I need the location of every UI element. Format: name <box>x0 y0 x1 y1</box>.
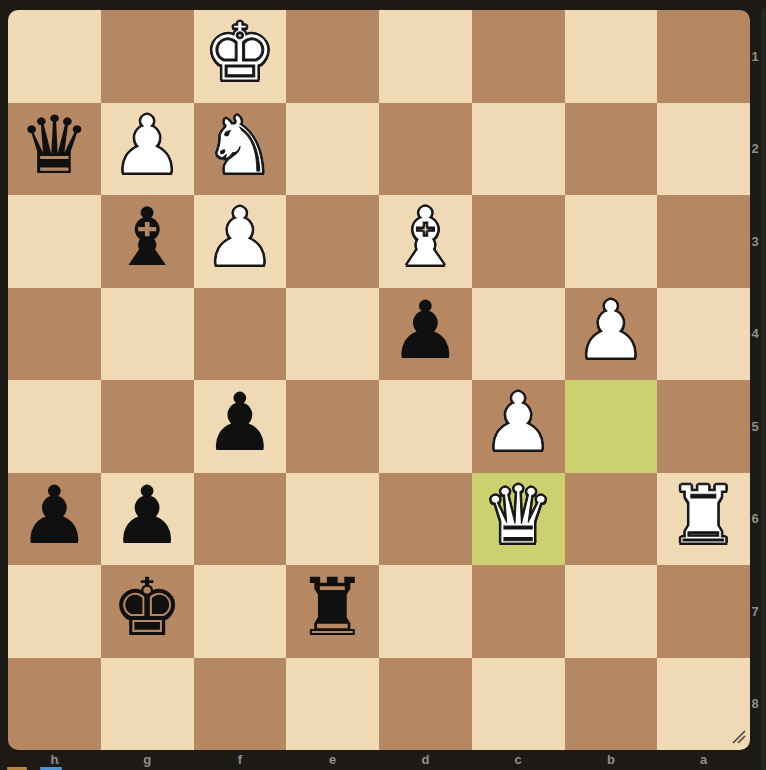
square-c8[interactable] <box>472 658 565 751</box>
square-g2[interactable]: ♟ <box>101 103 194 196</box>
square-g6[interactable]: ♟ <box>101 473 194 566</box>
resize-diagonal-icon <box>729 727 749 747</box>
square-b3[interactable] <box>565 195 658 288</box>
file-label-g: g <box>101 750 194 769</box>
square-a4[interactable] <box>657 288 750 381</box>
square-c5[interactable]: ♟ <box>472 380 565 473</box>
square-a7[interactable] <box>657 565 750 658</box>
square-c4[interactable] <box>472 288 565 381</box>
white-pawn[interactable]: ♟ <box>482 383 554 463</box>
black-pawn[interactable]: ♟ <box>204 383 276 463</box>
square-d4[interactable]: ♟ <box>379 288 472 381</box>
square-a6[interactable]: ♜ <box>657 473 750 566</box>
square-f8[interactable] <box>194 658 287 751</box>
square-h1[interactable] <box>8 10 101 103</box>
black-pawn[interactable]: ♟ <box>111 476 183 556</box>
square-h8[interactable] <box>8 658 101 751</box>
square-e6[interactable] <box>286 473 379 566</box>
rank-label-4: 4 <box>748 288 762 381</box>
white-pawn[interactable]: ♟ <box>111 106 183 186</box>
square-g8[interactable] <box>101 658 194 751</box>
square-d6[interactable] <box>379 473 472 566</box>
square-f5[interactable]: ♟ <box>194 380 287 473</box>
square-a5[interactable] <box>657 380 750 473</box>
black-bishop[interactable]: ♝ <box>111 198 183 278</box>
square-c2[interactable] <box>472 103 565 196</box>
file-coordinates: hgfedcba <box>8 750 750 769</box>
square-a3[interactable] <box>657 195 750 288</box>
square-h7[interactable] <box>8 565 101 658</box>
square-b4[interactable]: ♟ <box>565 288 658 381</box>
rank-label-1: 1 <box>748 10 762 103</box>
board-resize-handle[interactable] <box>729 727 749 747</box>
square-c3[interactable] <box>472 195 565 288</box>
square-f2[interactable]: ♞ <box>194 103 287 196</box>
square-a2[interactable] <box>657 103 750 196</box>
square-h3[interactable] <box>8 195 101 288</box>
square-d2[interactable] <box>379 103 472 196</box>
rank-label-3: 3 <box>748 195 762 288</box>
black-queen[interactable]: ♛ <box>19 106 91 186</box>
square-g3[interactable]: ♝ <box>101 195 194 288</box>
square-b1[interactable] <box>565 10 658 103</box>
white-queen[interactable]: ♛ <box>482 476 554 556</box>
square-e7[interactable]: ♜ <box>286 565 379 658</box>
square-b2[interactable] <box>565 103 658 196</box>
square-d8[interactable] <box>379 658 472 751</box>
square-f4[interactable] <box>194 288 287 381</box>
file-label-b: b <box>565 750 658 769</box>
square-d7[interactable] <box>379 565 472 658</box>
rank-label-2: 2 <box>748 103 762 196</box>
square-d1[interactable] <box>379 10 472 103</box>
file-label-e: e <box>286 750 379 769</box>
square-g1[interactable] <box>101 10 194 103</box>
square-a1[interactable] <box>657 10 750 103</box>
square-h4[interactable] <box>8 288 101 381</box>
black-rook[interactable]: ♜ <box>297 568 369 648</box>
square-e5[interactable] <box>286 380 379 473</box>
rank-label-7: 7 <box>748 565 762 658</box>
file-label-f: f <box>194 750 287 769</box>
square-b6[interactable] <box>565 473 658 566</box>
white-rook[interactable]: ♜ <box>668 476 740 556</box>
square-f1[interactable]: ♚ <box>194 10 287 103</box>
square-h6[interactable]: ♟ <box>8 473 101 566</box>
black-pawn[interactable]: ♟ <box>390 291 462 371</box>
scrollbar-track[interactable] <box>761 8 766 770</box>
square-g5[interactable] <box>101 380 194 473</box>
square-b7[interactable] <box>565 565 658 658</box>
square-b5[interactable] <box>565 380 658 473</box>
square-e3[interactable] <box>286 195 379 288</box>
square-e2[interactable] <box>286 103 379 196</box>
chess-board: ♚♛♟♞♝♟♝♟♟♟♟♟♟♛♜♚♜ <box>8 10 750 750</box>
white-pawn[interactable]: ♟ <box>204 198 276 278</box>
square-b8[interactable] <box>565 658 658 751</box>
rank-label-6: 6 <box>748 473 762 566</box>
white-pawn[interactable]: ♟ <box>575 291 647 371</box>
black-king[interactable]: ♚ <box>111 568 183 648</box>
white-knight[interactable]: ♞ <box>204 106 276 186</box>
square-f7[interactable] <box>194 565 287 658</box>
square-f6[interactable] <box>194 473 287 566</box>
square-d3[interactable]: ♝ <box>379 195 472 288</box>
square-c7[interactable] <box>472 565 565 658</box>
square-e4[interactable] <box>286 288 379 381</box>
square-h5[interactable] <box>8 380 101 473</box>
white-king[interactable]: ♚ <box>204 13 276 93</box>
file-label-a: a <box>657 750 750 769</box>
square-g7[interactable]: ♚ <box>101 565 194 658</box>
rank-label-8: 8 <box>748 658 762 751</box>
dots-icon <box>51 762 54 764</box>
rank-coordinates: 12345678 <box>748 10 762 750</box>
square-f3[interactable]: ♟ <box>194 195 287 288</box>
file-label-c: c <box>472 750 565 769</box>
square-h2[interactable]: ♛ <box>8 103 101 196</box>
square-e1[interactable] <box>286 10 379 103</box>
square-d5[interactable] <box>379 380 472 473</box>
white-bishop[interactable]: ♝ <box>390 198 462 278</box>
black-pawn[interactable]: ♟ <box>19 476 91 556</box>
file-label-d: d <box>379 750 472 769</box>
square-e8[interactable] <box>286 658 379 751</box>
rank-label-5: 5 <box>748 380 762 473</box>
square-g4[interactable] <box>101 288 194 381</box>
square-c6[interactable]: ♛ <box>472 473 565 566</box>
square-c1[interactable] <box>472 10 565 103</box>
